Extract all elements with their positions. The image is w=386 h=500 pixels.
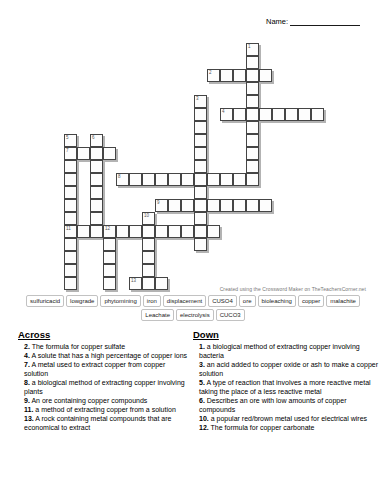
grid-cell[interactable] — [103, 238, 116, 251]
grid-cell[interactable] — [90, 147, 103, 160]
grid-cell[interactable] — [181, 173, 194, 186]
clue-across-8: 8. a biological method of extracting cop… — [18, 378, 190, 396]
word-bank-item: ore — [239, 295, 256, 307]
grid-cell[interactable] — [64, 160, 77, 173]
word-bank-item: lowgrade — [66, 295, 98, 307]
clue-across-11: 11. a method of extracting copper from a… — [18, 405, 190, 414]
grid-cell[interactable] — [90, 199, 103, 212]
down-clue-list: 1. a biological method of extracting cop… — [193, 342, 381, 432]
grid-cell[interactable] — [311, 108, 324, 121]
grid-cell[interactable] — [194, 186, 207, 199]
grid-cell[interactable] — [194, 225, 207, 238]
grid-cell[interactable] — [194, 160, 207, 173]
word-bank-item: CUCO3 — [216, 309, 245, 321]
clue-across-4: 4. A solute that has a high percentage o… — [18, 351, 190, 360]
grid-cell[interactable] — [233, 108, 246, 121]
grid-cell[interactable]: 2 — [207, 69, 220, 82]
grid-cell[interactable] — [194, 108, 207, 121]
down-heading: Down — [193, 329, 381, 340]
grid-cell[interactable] — [142, 225, 155, 238]
grid-cell[interactable] — [155, 225, 168, 238]
grid-cell[interactable] — [90, 225, 103, 238]
grid-cell[interactable] — [194, 147, 207, 160]
grid-cell[interactable] — [90, 173, 103, 186]
grid-cell[interactable] — [246, 160, 259, 173]
clue-number: 1 — [248, 44, 251, 49]
clue-number: 11 — [66, 226, 71, 231]
across-clues-section: Across 2. The formula for copper sulfate… — [18, 329, 190, 432]
grid-cell[interactable] — [64, 173, 77, 186]
grid-cell[interactable] — [207, 173, 220, 186]
clue-down-10: 10. a popular red/brown metal used for e… — [193, 414, 381, 423]
clue-number: 13 — [131, 278, 136, 283]
grid-cell[interactable] — [168, 199, 181, 212]
grid-cell[interactable] — [181, 225, 194, 238]
grid-cell[interactable] — [142, 173, 155, 186]
word-bank-item: electrolysis — [176, 309, 214, 321]
grid-cell[interactable] — [103, 251, 116, 264]
grid-cell[interactable] — [64, 264, 77, 277]
grid-cell[interactable] — [90, 160, 103, 173]
word-bank-item: CUSO4 — [208, 295, 237, 307]
grid-cell[interactable] — [194, 199, 207, 212]
grid-cell[interactable]: 7 — [64, 147, 77, 160]
grid-cell[interactable] — [246, 134, 259, 147]
across-heading: Across — [18, 329, 190, 340]
grid-cell[interactable] — [142, 251, 155, 264]
word-bank-item: malachite — [326, 295, 360, 307]
word-bank-item: bioleaching — [258, 295, 296, 307]
grid-cell[interactable] — [298, 108, 311, 121]
grid-cell[interactable] — [129, 225, 142, 238]
grid-cell[interactable] — [259, 69, 272, 82]
grid-cell[interactable] — [90, 212, 103, 225]
clue-down-5: 5. A type of reaction that involves a mo… — [193, 378, 381, 396]
grid-cell[interactable] — [77, 147, 90, 160]
grid-cell[interactable]: 8 — [116, 173, 129, 186]
grid-cell[interactable] — [246, 82, 259, 95]
grid-cell[interactable] — [246, 108, 259, 121]
grid-cell[interactable] — [285, 108, 298, 121]
grid-cell[interactable] — [220, 199, 233, 212]
grid-cell[interactable] — [64, 238, 77, 251]
grid-cell[interactable] — [129, 173, 142, 186]
grid-cell[interactable] — [142, 264, 155, 277]
word-bank-item: copper — [298, 295, 324, 307]
clue-number: 9 — [157, 200, 160, 205]
grid-cell[interactable] — [194, 238, 207, 251]
grid-cell[interactable] — [194, 173, 207, 186]
grid-cell[interactable] — [233, 69, 246, 82]
grid-cell[interactable] — [207, 199, 220, 212]
word-bank-item: sulfuricacid — [26, 295, 64, 307]
grid-cell[interactable] — [64, 199, 77, 212]
name-input-line[interactable] — [290, 17, 360, 26]
grid-cell[interactable] — [194, 121, 207, 134]
grid-cell[interactable] — [233, 199, 246, 212]
grid-cell[interactable]: 6 — [90, 134, 103, 147]
grid-cell[interactable] — [272, 108, 285, 121]
grid-cell[interactable] — [259, 199, 272, 212]
clue-down-6: 6. Describes an ore with low amounts of … — [193, 396, 381, 414]
clue-number: 10 — [144, 213, 149, 218]
clue-number: 4 — [222, 109, 225, 114]
grid-cell[interactable] — [103, 264, 116, 277]
grid-cell[interactable] — [259, 108, 272, 121]
grid-cell[interactable] — [246, 147, 259, 160]
crossword-grid: 12345678910111213 — [64, 43, 324, 290]
grid-cell[interactable]: 11 — [64, 225, 77, 238]
word-bank-item: phytomining — [100, 295, 140, 307]
grid-cell[interactable] — [246, 95, 259, 108]
grid-cell[interactable] — [77, 225, 90, 238]
grid-cell[interactable]: 1 — [246, 43, 259, 56]
grid-cell[interactable]: 3 — [194, 95, 207, 108]
grid-cell[interactable] — [64, 186, 77, 199]
name-label: Name: — [266, 17, 288, 26]
grid-cell[interactable] — [103, 147, 116, 160]
word-bank-item: displacement — [163, 295, 206, 307]
clue-down-1: 1. a biological method of extracting cop… — [193, 342, 381, 360]
clue-number: 12 — [105, 226, 110, 231]
grid-cell[interactable] — [246, 121, 259, 134]
grid-cell[interactable] — [155, 173, 168, 186]
grid-cell[interactable] — [220, 69, 233, 82]
grid-cell[interactable]: 10 — [142, 212, 155, 225]
grid-cell[interactable]: 12 — [103, 225, 116, 238]
clue-across-9: 9. An ore containing copper compounds — [18, 396, 190, 405]
clue-down-3: 3. an acid added to copper oxide or ash … — [193, 360, 381, 378]
clue-down-12: 12. The formula for copper carbonate — [193, 423, 381, 432]
clue-number: 2 — [209, 70, 212, 75]
clue-across-2: 2. The formula for copper sulfate — [18, 342, 190, 351]
word-bank-row-1: sulfuricacidlowgradephytominingirondispl… — [26, 295, 360, 307]
grid-cell[interactable] — [90, 186, 103, 199]
grid-cell[interactable] — [207, 225, 220, 238]
grid-cell[interactable]: 5 — [64, 134, 77, 147]
grid-cell[interactable] — [246, 199, 259, 212]
grid-cell[interactable] — [246, 69, 259, 82]
grid-cell[interactable] — [168, 225, 181, 238]
grid-cell[interactable] — [168, 173, 181, 186]
grid-cell[interactable] — [246, 56, 259, 69]
clue-number: 5 — [66, 135, 69, 140]
clue-number: 6 — [92, 135, 95, 140]
down-clues-section: Down 1. a biological method of extractin… — [193, 329, 381, 432]
grid-cell[interactable] — [194, 134, 207, 147]
grid-cell[interactable] — [64, 251, 77, 264]
clue-number: 3 — [196, 96, 199, 101]
word-bank: sulfuricacidlowgradephytominingirondispl… — [0, 295, 386, 321]
clue-across-13: 13. A rock containing metal compounds th… — [18, 414, 190, 432]
grid-cell[interactable]: 9 — [155, 199, 168, 212]
word-bank-item: iron — [143, 295, 161, 307]
grid-cell[interactable] — [233, 173, 246, 186]
across-clue-list: 2. The formula for copper sulfate4. A so… — [18, 342, 190, 432]
grid-cell[interactable]: 4 — [220, 108, 233, 121]
grid-cell[interactable] — [246, 173, 259, 186]
name-field: Name: — [266, 17, 360, 26]
grid-cell[interactable] — [220, 173, 233, 186]
clue-across-7: 7. A metal used to extract copper from c… — [18, 360, 190, 378]
grid-cell[interactable] — [116, 225, 129, 238]
grid-cell[interactable] — [64, 212, 77, 225]
grid-cell[interactable] — [142, 238, 155, 251]
credit-line: Created using the Crossword Maker on The… — [0, 286, 366, 292]
clue-number: 8 — [118, 174, 121, 179]
word-bank-item: Leachate — [141, 309, 174, 321]
grid-cell[interactable] — [194, 212, 207, 225]
word-bank-row-2: LeachateelectrolysisCUCO3 — [141, 309, 244, 321]
grid-cell[interactable] — [181, 199, 194, 212]
clue-number: 7 — [66, 148, 69, 153]
